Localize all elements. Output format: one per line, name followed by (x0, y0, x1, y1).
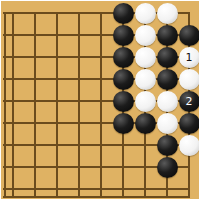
grid-line (3, 196, 190, 198)
grid-line (34, 12, 36, 197)
white-stone (157, 3, 178, 24)
black-stone (157, 135, 178, 156)
white-stone: 1 (179, 47, 200, 68)
grid-line (78, 12, 80, 197)
go-diagram: 12 (0, 0, 200, 200)
black-stone (157, 25, 178, 46)
white-stone (135, 25, 156, 46)
go-board[interactable]: 12 (1, 1, 199, 199)
white-stone (135, 47, 156, 68)
grid-line (3, 188, 190, 190)
black-stone (113, 113, 134, 134)
black-stone (113, 47, 134, 68)
move-number-label: 1 (186, 52, 193, 63)
grid-line (4, 12, 6, 197)
grid-line (12, 12, 14, 197)
grid-line (100, 12, 102, 197)
black-stone (113, 3, 134, 24)
black-stone (113, 69, 134, 90)
black-stone (179, 25, 200, 46)
move-number-label: 2 (186, 96, 193, 107)
black-stone (113, 25, 134, 46)
black-stone (113, 91, 134, 112)
white-stone (157, 113, 178, 134)
white-stone (135, 91, 156, 112)
black-stone (179, 113, 200, 134)
white-stone (179, 69, 200, 90)
white-stone (135, 3, 156, 24)
white-stone (179, 135, 200, 156)
grid-line (56, 12, 58, 197)
white-stone (157, 91, 178, 112)
white-stone (135, 69, 156, 90)
black-stone (157, 69, 178, 90)
black-stone: 2 (179, 91, 200, 112)
black-stone (157, 157, 178, 178)
black-stone (157, 47, 178, 68)
black-stone (135, 113, 156, 134)
